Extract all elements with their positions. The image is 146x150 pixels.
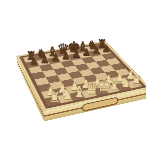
product-photo-chess-set: ♜♞♝♛♚♝♞♜♟♟♟♟♟♟♟♟♟♟♟♟♟♟♟♟♜♞♝♛♚♝♞♜: [0, 0, 146, 150]
chess-board: ♜♞♝♛♚♝♞♜♟♟♟♟♟♟♟♟♟♟♟♟♟♟♟♟♜♞♝♛♚♝♞♜: [16, 41, 146, 111]
perspective-scene: ♜♞♝♛♚♝♞♜♟♟♟♟♟♟♟♟♟♟♟♟♟♟♟♟♜♞♝♛♚♝♞♜: [0, 0, 146, 150]
